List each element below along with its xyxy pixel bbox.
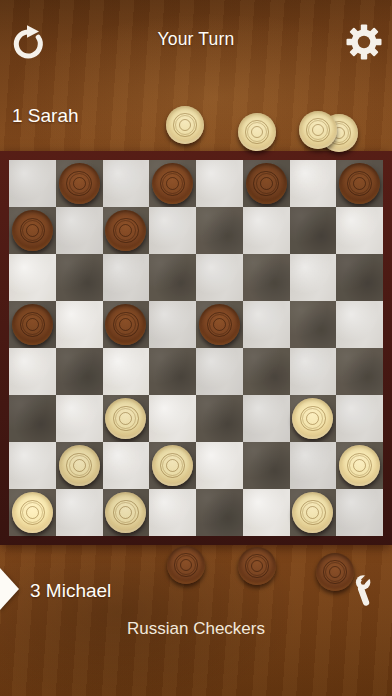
gear-icon <box>344 50 384 65</box>
board-square[interactable] <box>196 254 243 301</box>
board-grid <box>9 160 383 536</box>
board-square[interactable] <box>103 395 150 442</box>
board-square[interactable] <box>149 301 196 348</box>
checker-light-man[interactable] <box>12 492 53 533</box>
board-square[interactable] <box>149 160 196 207</box>
checker-light-man[interactable] <box>292 398 333 439</box>
captured-light-piece <box>238 113 276 151</box>
board-square[interactable] <box>9 160 56 207</box>
checker-light-man[interactable] <box>105 492 146 533</box>
board-square[interactable] <box>290 254 337 301</box>
turn-status-text: Your Turn <box>0 29 392 50</box>
board-square[interactable] <box>56 489 103 536</box>
board-square[interactable] <box>103 254 150 301</box>
checker-light-man[interactable] <box>105 398 146 439</box>
board-square[interactable] <box>243 254 290 301</box>
game-title: Russian Checkers <box>0 619 392 639</box>
board-square[interactable] <box>243 395 290 442</box>
board-square[interactable] <box>9 442 56 489</box>
checker-dark-man[interactable] <box>105 304 146 345</box>
captured-dark-piece <box>167 546 205 584</box>
checker-dark-man[interactable] <box>152 163 193 204</box>
board-square[interactable] <box>336 348 383 395</box>
checker-dark-man[interactable] <box>339 163 380 204</box>
board-square[interactable] <box>336 301 383 348</box>
board-square[interactable] <box>196 395 243 442</box>
active-turn-indicator-icon <box>0 568 19 610</box>
checker-dark-man[interactable] <box>105 210 146 251</box>
board-square[interactable] <box>149 442 196 489</box>
captured-dark-piece <box>238 547 276 585</box>
board-square[interactable] <box>290 395 337 442</box>
checker-dark-man[interactable] <box>59 163 100 204</box>
board-square[interactable] <box>196 348 243 395</box>
board-square[interactable] <box>243 207 290 254</box>
board-square[interactable] <box>290 207 337 254</box>
board-square[interactable] <box>336 395 383 442</box>
checker-light-man[interactable] <box>59 445 100 486</box>
wrench-icon <box>346 598 384 613</box>
player-bottom-label: 3 Michael <box>30 580 111 602</box>
board-square[interactable] <box>9 254 56 301</box>
board-square[interactable] <box>149 489 196 536</box>
board-square[interactable] <box>9 489 56 536</box>
captured-light-piece <box>166 106 204 144</box>
board-square[interactable] <box>336 207 383 254</box>
player-top-label: 1 Sarah <box>12 105 79 127</box>
checker-dark-man[interactable] <box>12 210 53 251</box>
board-square[interactable] <box>9 301 56 348</box>
checkers-board <box>0 151 392 545</box>
board-square[interactable] <box>9 207 56 254</box>
board-square[interactable] <box>196 160 243 207</box>
board-square[interactable] <box>290 160 337 207</box>
board-square[interactable] <box>56 254 103 301</box>
board-square[interactable] <box>336 254 383 301</box>
board-square[interactable] <box>290 348 337 395</box>
checker-dark-man[interactable] <box>199 304 240 345</box>
board-square[interactable] <box>243 160 290 207</box>
board-square[interactable] <box>56 301 103 348</box>
checker-dark-man[interactable] <box>246 163 287 204</box>
board-square[interactable] <box>243 489 290 536</box>
board-square[interactable] <box>290 301 337 348</box>
board-square[interactable] <box>196 301 243 348</box>
board-square[interactable] <box>149 348 196 395</box>
settings-button[interactable] <box>344 22 384 62</box>
board-square[interactable] <box>336 160 383 207</box>
board-square[interactable] <box>149 254 196 301</box>
board-square[interactable] <box>336 489 383 536</box>
board-square[interactable] <box>196 442 243 489</box>
board-square[interactable] <box>103 442 150 489</box>
board-square[interactable] <box>9 395 56 442</box>
board-square[interactable] <box>103 160 150 207</box>
board-square[interactable] <box>290 442 337 489</box>
board-square[interactable] <box>243 442 290 489</box>
board-square[interactable] <box>243 348 290 395</box>
captured-light-piece <box>299 111 337 149</box>
board-square[interactable] <box>103 489 150 536</box>
board-square[interactable] <box>196 207 243 254</box>
board-square[interactable] <box>196 489 243 536</box>
board-square[interactable] <box>103 301 150 348</box>
checker-light-man[interactable] <box>292 492 333 533</box>
board-square[interactable] <box>56 348 103 395</box>
checker-dark-man[interactable] <box>12 304 53 345</box>
board-square[interactable] <box>336 442 383 489</box>
checker-light-man[interactable] <box>339 445 380 486</box>
checker-light-man[interactable] <box>152 445 193 486</box>
board-square[interactable] <box>243 301 290 348</box>
board-square[interactable] <box>56 160 103 207</box>
board-square[interactable] <box>9 348 56 395</box>
refresh-icon <box>8 50 48 65</box>
board-square[interactable] <box>103 348 150 395</box>
board-square[interactable] <box>149 395 196 442</box>
board-square[interactable] <box>56 207 103 254</box>
board-square[interactable] <box>149 207 196 254</box>
board-square[interactable] <box>103 207 150 254</box>
board-square[interactable] <box>56 395 103 442</box>
app-screen: Your Turn <box>0 0 392 696</box>
board-square[interactable] <box>56 442 103 489</box>
board-square[interactable] <box>290 489 337 536</box>
captured-dark-piece <box>316 553 354 591</box>
